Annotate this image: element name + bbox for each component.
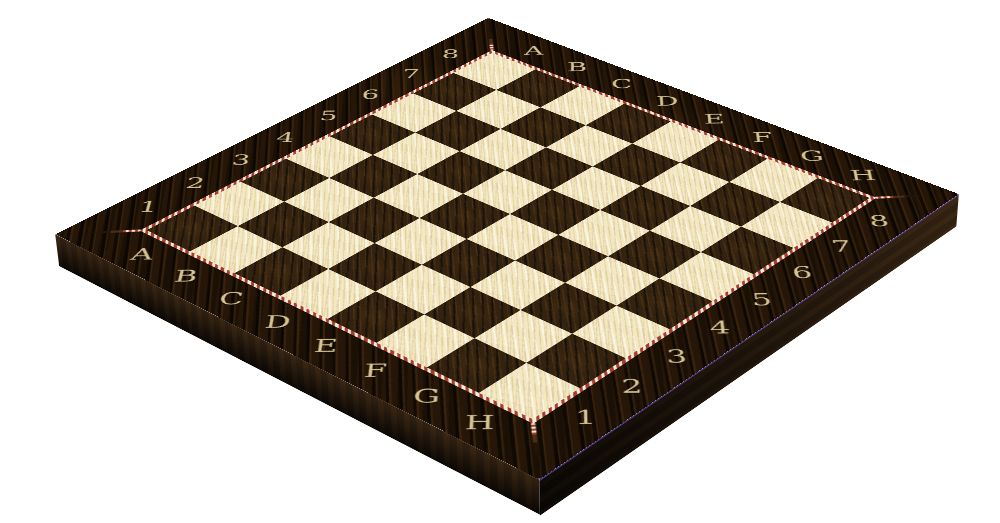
square-g8 <box>729 159 817 202</box>
file-label-top-e: E <box>703 112 725 125</box>
rank-label-left-7: 7 <box>402 68 421 81</box>
file-label-bottom-c: C <box>217 290 245 307</box>
file-label-top-f: F <box>752 130 774 144</box>
rank-label-left-1: 1 <box>137 200 160 215</box>
file-label-top-b: B <box>567 61 587 73</box>
file-label-bottom-e: E <box>313 337 339 355</box>
rope-tassel-right-corner <box>875 194 927 198</box>
rank-label-right-3: 3 <box>666 348 688 366</box>
file-label-top-a: A <box>524 45 544 57</box>
rank-label-right-7: 7 <box>830 239 853 255</box>
rank-label-left-3: 3 <box>230 153 251 167</box>
file-label-bottom-b: B <box>173 268 200 284</box>
file-label-top-c: C <box>611 78 633 91</box>
rope-tassel-bottom-corner <box>531 423 539 458</box>
rank-label-left-4: 4 <box>275 131 296 145</box>
rank-label-right-6: 6 <box>791 264 814 280</box>
rank-label-left-2: 2 <box>184 176 206 191</box>
rope-tassel-left-corner <box>88 229 141 233</box>
file-label-bottom-d: D <box>263 313 292 330</box>
rank-label-right-1: 1 <box>575 408 597 428</box>
file-label-bottom-a: A <box>129 246 155 262</box>
rank-label-left-6: 6 <box>361 88 380 101</box>
rank-label-left-5: 5 <box>319 109 339 122</box>
file-label-top-d: D <box>656 95 679 108</box>
file-label-top-h: H <box>849 168 878 183</box>
file-label-bottom-f: F <box>363 362 388 380</box>
rank-label-right-5: 5 <box>751 291 773 308</box>
rope-border <box>140 50 877 424</box>
file-label-bottom-h: H <box>464 413 495 433</box>
board-3d-wrapper: AA88BB77CC66DD55EE44FF33GG22HH11 <box>183 0 837 523</box>
file-label-top-g: G <box>799 149 825 163</box>
rank-label-right-8: 8 <box>868 213 891 228</box>
rank-label-right-2: 2 <box>621 377 643 396</box>
scene: AA88BB77CC66DD55EE44FF33GG22HH11 <box>0 0 1000 523</box>
rank-label-left-8: 8 <box>442 48 460 60</box>
chess-board: AA88BB77CC66DD55EE44FF33GG22HH11 <box>55 18 959 480</box>
rank-label-right-4: 4 <box>709 319 731 337</box>
file-label-bottom-g: G <box>413 387 441 406</box>
rope-tassel-top-corner <box>488 30 494 50</box>
